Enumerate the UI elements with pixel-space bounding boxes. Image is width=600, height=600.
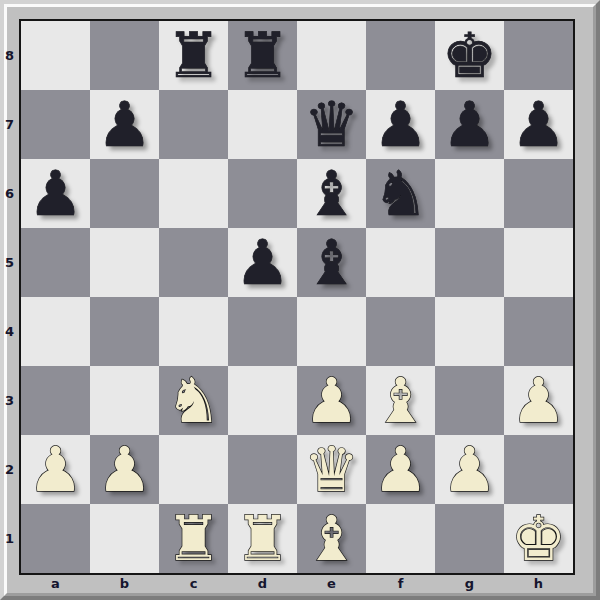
square-b3[interactable] xyxy=(90,366,159,435)
square-g5[interactable] xyxy=(435,228,504,297)
square-g8[interactable]: ♚ xyxy=(435,21,504,90)
square-e4[interactable] xyxy=(297,297,366,366)
square-b6[interactable] xyxy=(90,159,159,228)
white-king-piece: ♚ xyxy=(511,508,567,570)
square-a8[interactable] xyxy=(21,21,90,90)
black-queen-piece: ♛ xyxy=(304,94,360,156)
file-label-c: c xyxy=(159,575,228,595)
square-b8[interactable] xyxy=(90,21,159,90)
square-a2[interactable]: ♟ xyxy=(21,435,90,504)
square-c4[interactable] xyxy=(159,297,228,366)
file-label-g: g xyxy=(435,575,504,595)
square-f2[interactable]: ♟ xyxy=(366,435,435,504)
square-d7[interactable] xyxy=(228,90,297,159)
square-c6[interactable] xyxy=(159,159,228,228)
file-label-f: f xyxy=(366,575,435,595)
black-bishop-piece: ♝ xyxy=(304,232,360,294)
rank-label-3: 3 xyxy=(0,366,19,435)
square-g1[interactable] xyxy=(435,504,504,573)
square-c8[interactable]: ♜ xyxy=(159,21,228,90)
black-knight-piece: ♞ xyxy=(373,163,429,225)
square-c3[interactable]: ♞ xyxy=(159,366,228,435)
square-e8[interactable] xyxy=(297,21,366,90)
square-f1[interactable] xyxy=(366,504,435,573)
square-b4[interactable] xyxy=(90,297,159,366)
square-e5[interactable]: ♝ xyxy=(297,228,366,297)
rank-label-4: 4 xyxy=(0,297,19,366)
square-a7[interactable] xyxy=(21,90,90,159)
white-rook-piece: ♜ xyxy=(166,508,222,570)
square-e6[interactable]: ♝ xyxy=(297,159,366,228)
file-label-h: h xyxy=(504,575,573,595)
black-pawn-piece: ♟ xyxy=(28,163,84,225)
white-bishop-piece: ♝ xyxy=(304,508,360,570)
white-queen-piece: ♛ xyxy=(304,439,360,501)
black-pawn-piece: ♟ xyxy=(442,94,498,156)
square-h3[interactable]: ♟ xyxy=(504,366,573,435)
square-a5[interactable] xyxy=(21,228,90,297)
white-pawn-piece: ♟ xyxy=(511,370,567,432)
square-d6[interactable] xyxy=(228,159,297,228)
square-f3[interactable]: ♝ xyxy=(366,366,435,435)
square-d1[interactable]: ♜ xyxy=(228,504,297,573)
white-rook-piece: ♜ xyxy=(235,508,291,570)
white-bishop-piece: ♝ xyxy=(373,370,429,432)
rank-label-8: 8 xyxy=(0,21,19,90)
rank-label-7: 7 xyxy=(0,90,19,159)
black-pawn-piece: ♟ xyxy=(373,94,429,156)
square-d8[interactable]: ♜ xyxy=(228,21,297,90)
square-d3[interactable] xyxy=(228,366,297,435)
rank-label-2: 2 xyxy=(0,435,19,504)
square-g3[interactable] xyxy=(435,366,504,435)
square-c1[interactable]: ♜ xyxy=(159,504,228,573)
square-g7[interactable]: ♟ xyxy=(435,90,504,159)
white-pawn-piece: ♟ xyxy=(373,439,429,501)
square-b7[interactable]: ♟ xyxy=(90,90,159,159)
file-label-a: a xyxy=(21,575,90,595)
square-e3[interactable]: ♟ xyxy=(297,366,366,435)
square-f5[interactable] xyxy=(366,228,435,297)
chess-board: ♜♜♚♟♛♟♟♟♟♝♞♟♝♞♟♝♟♟♟♛♟♟♜♜♝♚ xyxy=(19,19,575,575)
square-d4[interactable] xyxy=(228,297,297,366)
black-pawn-piece: ♟ xyxy=(235,232,291,294)
square-c5[interactable] xyxy=(159,228,228,297)
white-pawn-piece: ♟ xyxy=(28,439,84,501)
square-g4[interactable] xyxy=(435,297,504,366)
square-a4[interactable] xyxy=(21,297,90,366)
black-rook-piece: ♜ xyxy=(166,25,222,87)
black-bishop-piece: ♝ xyxy=(304,163,360,225)
rank-label-5: 5 xyxy=(0,228,19,297)
square-b1[interactable] xyxy=(90,504,159,573)
square-a6[interactable]: ♟ xyxy=(21,159,90,228)
square-e2[interactable]: ♛ xyxy=(297,435,366,504)
square-h7[interactable]: ♟ xyxy=(504,90,573,159)
square-f6[interactable]: ♞ xyxy=(366,159,435,228)
file-labels: abcdefgh xyxy=(21,575,573,595)
rank-label-1: 1 xyxy=(0,504,19,573)
square-b2[interactable]: ♟ xyxy=(90,435,159,504)
black-pawn-piece: ♟ xyxy=(511,94,567,156)
file-label-d: d xyxy=(228,575,297,595)
square-d2[interactable] xyxy=(228,435,297,504)
square-h4[interactable] xyxy=(504,297,573,366)
square-g6[interactable] xyxy=(435,159,504,228)
square-c2[interactable] xyxy=(159,435,228,504)
white-pawn-piece: ♟ xyxy=(304,370,360,432)
square-h8[interactable] xyxy=(504,21,573,90)
file-label-b: b xyxy=(90,575,159,595)
white-pawn-piece: ♟ xyxy=(97,439,153,501)
rank-labels: 87654321 xyxy=(0,21,19,573)
square-b5[interactable] xyxy=(90,228,159,297)
square-f4[interactable] xyxy=(366,297,435,366)
square-d5[interactable]: ♟ xyxy=(228,228,297,297)
square-c7[interactable] xyxy=(159,90,228,159)
black-rook-piece: ♜ xyxy=(235,25,291,87)
file-label-e: e xyxy=(297,575,366,595)
square-g2[interactable]: ♟ xyxy=(435,435,504,504)
square-e7[interactable]: ♛ xyxy=(297,90,366,159)
square-e1[interactable]: ♝ xyxy=(297,504,366,573)
black-king-piece: ♚ xyxy=(442,25,498,87)
white-pawn-piece: ♟ xyxy=(442,439,498,501)
square-a3[interactable] xyxy=(21,366,90,435)
square-h5[interactable] xyxy=(504,228,573,297)
square-h1[interactable]: ♚ xyxy=(504,504,573,573)
chessboard-frame: ♜♜♚♟♛♟♟♟♟♝♞♟♝♞♟♝♟♟♟♛♟♟♜♜♝♚ 87654321 abcd… xyxy=(0,0,600,600)
square-f7[interactable]: ♟ xyxy=(366,90,435,159)
square-h6[interactable] xyxy=(504,159,573,228)
rank-label-6: 6 xyxy=(0,159,19,228)
white-knight-piece: ♞ xyxy=(166,370,222,432)
square-h2[interactable] xyxy=(504,435,573,504)
black-pawn-piece: ♟ xyxy=(97,94,153,156)
square-a1[interactable] xyxy=(21,504,90,573)
square-f8[interactable] xyxy=(366,21,435,90)
